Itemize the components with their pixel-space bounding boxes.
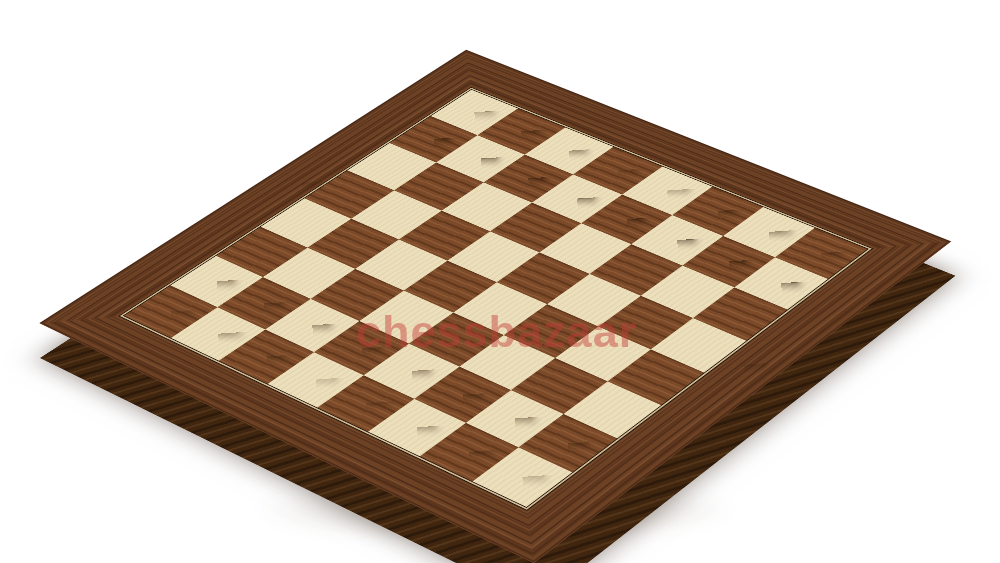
perspective-scene: ♜♞♝♛♚♝♞♜♟♟♟♟♟♟♟♟♟♟♟♟♟♟♟♟♜♞♝♛♚♝♞♜♛♛ — [0, 0, 1000, 563]
watermark: chessbazaar — [356, 306, 637, 358]
black-queen-spare[interactable]: ♛ — [697, 277, 786, 377]
product-photo: ♜♞♝♛♚♝♞♜♟♟♟♟♟♟♟♟♟♟♟♟♟♟♟♟♜♞♝♛♚♝♞♜♛♛ chess… — [0, 0, 1000, 563]
white-rook-h1[interactable]: ♜ — [486, 409, 555, 486]
camera-tilt-wrapper: ♜♞♝♛♚♝♞♜♟♟♟♟♟♟♟♟♟♟♟♟♟♟♟♟♜♞♝♛♚♝♞♜♛♛ — [0, 0, 1000, 563]
